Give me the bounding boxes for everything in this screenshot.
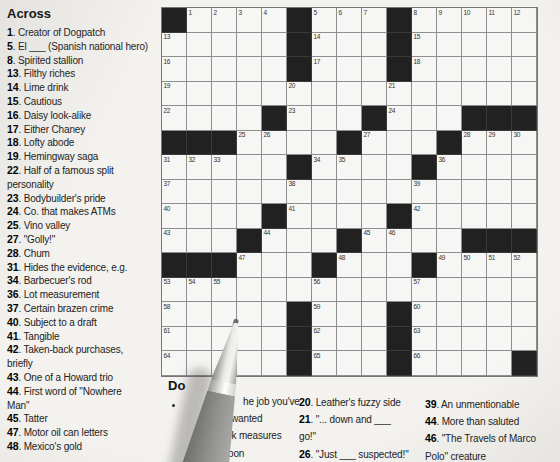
grid-cell[interactable] (512, 82, 537, 107)
grid-cell[interactable] (362, 155, 387, 180)
grid-cell[interactable] (187, 33, 212, 58)
grid-cell[interactable] (487, 302, 512, 327)
cell-number-61: 61 (164, 327, 171, 334)
across-clue-18: 18. Lofty abode (7, 136, 163, 150)
cell-number-33: 33 (214, 156, 221, 163)
across-clue-48: 48. Mexico's gold (7, 440, 163, 454)
grid-cell[interactable]: 10 (462, 8, 487, 33)
grid-cell[interactable] (362, 57, 387, 82)
across-clue-24: 24. Co. that makes ATMs (7, 205, 163, 219)
grid-cell[interactable]: 47 (237, 253, 262, 278)
cell-number-52: 52 (514, 254, 521, 261)
grid-cell[interactable] (262, 278, 287, 303)
grid-cell[interactable] (437, 180, 462, 205)
grid-cell[interactable] (237, 302, 262, 327)
grid-cell[interactable] (312, 82, 337, 107)
grid-cell[interactable] (387, 253, 412, 278)
grid-cell[interactable] (262, 351, 287, 376)
grid-cell[interactable] (237, 106, 262, 131)
cell-number-39: 39 (414, 180, 421, 187)
cell-number-51: 51 (489, 254, 496, 261)
grid-cell[interactable] (237, 204, 262, 229)
down-clue-20: 20. Leather's fuzzy side (299, 394, 409, 411)
grid-cell[interactable] (187, 302, 212, 327)
grid-cell[interactable]: 13 (162, 33, 187, 58)
black-cell (287, 351, 312, 376)
grid-cell[interactable] (262, 57, 287, 82)
grid-cell[interactable] (187, 106, 212, 131)
across-clue-19: 19. Hemingway saga (7, 150, 163, 164)
grid-cell[interactable]: 21 (387, 82, 412, 107)
grid-cell[interactable] (337, 204, 362, 229)
grid-cell[interactable] (362, 253, 387, 278)
across-clue-41: 41. Tangible (7, 330, 163, 344)
cell-number-48: 48 (339, 254, 346, 261)
grid-cell[interactable] (187, 57, 212, 82)
cell-number-62: 62 (314, 327, 321, 334)
grid-cell[interactable]: 6 (337, 8, 362, 33)
grid-cell[interactable] (437, 204, 462, 229)
grid-cell[interactable] (512, 278, 537, 303)
cell-number-66: 66 (414, 352, 421, 359)
grid-cell[interactable]: 31 (162, 155, 187, 180)
grid-cell[interactable]: 46 (387, 229, 412, 254)
grid-cell[interactable]: 5 (312, 8, 337, 33)
cell-number-46: 46 (389, 229, 396, 236)
black-cell (187, 131, 212, 156)
grid-cell[interactable] (362, 204, 387, 229)
grid-cell[interactable] (487, 33, 512, 58)
grid-cell[interactable] (312, 229, 337, 254)
across-clues-section: Across 1. Creator of Dogpatch5. El ___ (… (7, 6, 163, 454)
grid-cell[interactable] (487, 204, 512, 229)
across-clue-34: 34. Barbecuer's rod (7, 274, 163, 288)
grid-cell[interactable]: 16 (162, 57, 187, 82)
grid-cell[interactable] (237, 351, 262, 376)
across-clue-16: 16. Daisy look-alike (7, 109, 163, 123)
newspaper-crossword-photo: Across 1. Creator of Dogpatch5. El ___ (… (0, 0, 560, 462)
grid-cell[interactable]: 9 (437, 8, 462, 33)
grid-cell[interactable]: 23 (287, 106, 312, 131)
grid-cell[interactable] (412, 106, 437, 131)
grid-cell[interactable]: 26 (262, 131, 287, 156)
down-clue-26: 26. "Just ___ suspected!" (299, 446, 409, 462)
down-clue-46-cont: Polo" creature (425, 448, 536, 462)
grid-cell[interactable] (212, 229, 237, 254)
grid-cell[interactable] (437, 229, 462, 254)
grid-cell[interactable]: 53 (162, 278, 187, 303)
cell-number-28: 28 (464, 131, 471, 138)
black-cell (437, 131, 462, 156)
grid-cell[interactable] (462, 180, 487, 205)
across-clue-23: 23. Bodybuilder's pride (7, 192, 163, 206)
cell-number-43: 43 (164, 229, 171, 236)
cell-number-37: 37 (164, 180, 171, 187)
across-clue-8: 8. Spirited stallion (7, 54, 163, 68)
black-cell (387, 33, 412, 58)
grid-cell[interactable] (462, 204, 487, 229)
black-cell (512, 351, 537, 376)
grid-cell[interactable] (462, 351, 487, 376)
black-cell (362, 106, 387, 131)
grid-cell[interactable]: 22 (162, 106, 187, 131)
grid-cell[interactable] (237, 82, 262, 107)
grid-cell[interactable] (437, 302, 462, 327)
grid-cell[interactable] (312, 180, 337, 205)
down-clue-44: 44. More than saluted (425, 413, 536, 430)
down-clue-21: 21. "... down and ___ (299, 411, 409, 428)
grid-cell[interactable] (287, 229, 312, 254)
grid-cell[interactable] (187, 82, 212, 107)
black-cell (387, 57, 412, 82)
grid-cell[interactable] (312, 106, 337, 131)
grid-cell[interactable] (512, 180, 537, 205)
cell-number-35: 35 (339, 156, 346, 163)
grid-cell[interactable]: 44 (262, 229, 287, 254)
grid-cell[interactable]: 33 (212, 155, 237, 180)
grid-cell[interactable] (487, 351, 512, 376)
grid-cell[interactable]: 52 (512, 253, 537, 278)
grid-cell[interactable] (412, 131, 437, 156)
across-clue-31: 31. Hides the evidence, e.g. (7, 261, 163, 275)
grid-cell[interactable] (337, 351, 362, 376)
grid-cell[interactable]: 58 (162, 302, 187, 327)
cell-number-20: 20 (289, 82, 296, 89)
grid-cell[interactable] (437, 57, 462, 82)
black-cell (487, 229, 512, 254)
across-heading: Across (7, 6, 163, 21)
grid-cell[interactable] (237, 327, 262, 352)
grid-cell[interactable]: 7 (362, 8, 387, 33)
grid-cell[interactable]: 19 (162, 82, 187, 107)
grid-cell[interactable]: 38 (287, 180, 312, 205)
grid-cell[interactable] (362, 82, 387, 107)
down-clue-fragment-4: oon (228, 445, 300, 462)
grid-cell[interactable] (212, 106, 237, 131)
grid-cell[interactable] (462, 33, 487, 58)
grid-cell[interactable] (312, 204, 337, 229)
across-clue-45: 45. Tatter (7, 412, 163, 426)
grid-cell[interactable] (312, 131, 337, 156)
grid-cell[interactable]: 37 (162, 180, 187, 205)
grid-cell[interactable] (512, 327, 537, 352)
grid-cell[interactable]: 17 (312, 57, 337, 82)
grid-cell[interactable] (462, 57, 487, 82)
grid-cell[interactable] (487, 82, 512, 107)
black-cell (162, 131, 187, 156)
across-clue-13: 13. Filthy riches (7, 67, 163, 81)
cell-number-55: 55 (214, 278, 221, 285)
grid-cell[interactable] (212, 180, 237, 205)
cell-number-12: 12 (514, 9, 521, 16)
across-clue-27: 27. "Golly!" (7, 233, 163, 247)
cell-number-4: 4 (264, 9, 267, 16)
cell-number-15: 15 (414, 33, 421, 40)
grid-cell[interactable] (262, 327, 287, 352)
grid-cell[interactable] (262, 33, 287, 58)
grid-cell[interactable]: 57 (412, 278, 437, 303)
cell-number-40: 40 (164, 205, 171, 212)
grid-cell[interactable] (512, 302, 537, 327)
grid-cell[interactable] (387, 131, 412, 156)
cell-number-8: 8 (414, 9, 417, 16)
grid-cell[interactable]: 60 (412, 302, 437, 327)
grid-cell[interactable]: 28 (462, 131, 487, 156)
grid-cell[interactable]: 39 (412, 180, 437, 205)
grid-cell[interactable] (337, 82, 362, 107)
cell-number-21: 21 (389, 82, 396, 89)
grid-cell[interactable] (437, 106, 462, 131)
grid-cell[interactable] (412, 229, 437, 254)
grid-cell[interactable] (462, 82, 487, 107)
grid-cell[interactable]: 32 (187, 155, 212, 180)
grid-cell[interactable]: 24 (387, 106, 412, 131)
grid-cell[interactable] (462, 155, 487, 180)
black-cell (287, 302, 312, 327)
grid-cell[interactable] (237, 278, 262, 303)
cell-number-53: 53 (164, 278, 171, 285)
cell-number-10: 10 (464, 9, 471, 16)
grid-cell[interactable] (262, 302, 287, 327)
grid-cell[interactable]: 20 (287, 82, 312, 107)
grid-cell[interactable] (362, 327, 387, 352)
black-cell (262, 106, 287, 131)
grid-cell[interactable]: 14 (312, 33, 337, 58)
cell-number-44: 44 (264, 229, 271, 236)
black-cell (212, 253, 237, 278)
grid-cell[interactable]: 41 (287, 204, 312, 229)
grid-cell[interactable] (212, 204, 237, 229)
down-clues-column-2: 20. Leather's fuzzy side21. "... down an… (299, 394, 409, 462)
grid-cell[interactable] (287, 278, 312, 303)
grid-cell[interactable] (437, 33, 462, 58)
black-cell (312, 253, 337, 278)
grid-cell[interactable]: 66 (412, 351, 437, 376)
cell-number-64: 64 (164, 352, 171, 359)
cell-number-54: 54 (189, 278, 196, 285)
grid-cell[interactable]: 63 (412, 327, 437, 352)
cell-number-19: 19 (164, 82, 171, 89)
grid-cell[interactable]: 8 (412, 8, 437, 33)
grid-cell[interactable]: 62 (312, 327, 337, 352)
grid-cell[interactable] (487, 155, 512, 180)
cell-number-63: 63 (414, 327, 421, 334)
grid-cell[interactable] (262, 253, 287, 278)
grid-cell[interactable] (387, 180, 412, 205)
black-cell (412, 155, 437, 180)
grid-cell[interactable] (337, 57, 362, 82)
grid-cell[interactable] (187, 204, 212, 229)
grid-cell[interactable] (362, 180, 387, 205)
grid-cell[interactable] (512, 33, 537, 58)
cell-number-6: 6 (339, 9, 342, 16)
black-cell (287, 33, 312, 58)
black-cell (387, 204, 412, 229)
grid-cell[interactable] (387, 278, 412, 303)
across-clue-36: 36. Lot measurement (7, 288, 163, 302)
black-cell (287, 57, 312, 82)
grid-cell[interactable] (437, 82, 462, 107)
grid-cell[interactable] (337, 278, 362, 303)
cell-number-65: 65 (314, 352, 321, 359)
grid-cell[interactable]: 11 (487, 8, 512, 33)
across-clue-44: 44. First word of "NowhereMan" (7, 385, 163, 413)
black-cell (337, 131, 362, 156)
down-heading: Do (168, 378, 185, 393)
black-cell (287, 155, 312, 180)
cell-number-7: 7 (364, 9, 367, 16)
grid-cell[interactable] (362, 351, 387, 376)
cell-number-22: 22 (164, 107, 171, 114)
cell-number-57: 57 (414, 278, 421, 285)
black-cell (162, 8, 187, 33)
across-clue-40: 40. Subject to a draft (7, 316, 163, 330)
grid-cell[interactable] (462, 278, 487, 303)
black-cell (512, 229, 537, 254)
grid-cell[interactable]: 3 (237, 8, 262, 33)
cell-number-42: 42 (414, 205, 421, 212)
grid-cell[interactable]: 49 (437, 253, 462, 278)
cell-number-16: 16 (164, 58, 171, 65)
grid-cell[interactable]: 54 (187, 278, 212, 303)
grid-cell[interactable]: 55 (212, 278, 237, 303)
grid-cell[interactable] (462, 302, 487, 327)
grid-cell[interactable]: 29 (487, 131, 512, 156)
grid-cell[interactable] (237, 33, 262, 58)
grid-cell[interactable] (337, 180, 362, 205)
grid-cell[interactable] (362, 278, 387, 303)
grid-cell[interactable] (262, 180, 287, 205)
grid-cell[interactable]: 65 (312, 351, 337, 376)
cell-number-13: 13 (164, 33, 171, 40)
black-cell (462, 106, 487, 131)
grid-cell[interactable] (437, 351, 462, 376)
grid-cell[interactable] (337, 106, 362, 131)
grid-cell[interactable]: 36 (437, 155, 462, 180)
across-clue-17: 17. Either Chaney (7, 123, 163, 137)
obscured-clue-number-dot (172, 404, 175, 407)
black-cell (462, 229, 487, 254)
grid-cell[interactable]: 18 (412, 57, 437, 82)
grid-cell[interactable] (187, 229, 212, 254)
grid-cell[interactable] (362, 302, 387, 327)
cell-number-23: 23 (289, 107, 296, 114)
across-clue-list: 1. Creator of Dogpatch5. El ___ (Spanish… (7, 26, 163, 454)
grid-cell[interactable] (212, 57, 237, 82)
black-cell (287, 8, 312, 33)
cell-number-50: 50 (464, 254, 471, 261)
grid-cell[interactable] (337, 327, 362, 352)
grid-cell[interactable] (262, 82, 287, 107)
grid-cell[interactable] (287, 253, 312, 278)
grid-cell[interactable]: 61 (162, 327, 187, 352)
grid-cell[interactable]: 56 (312, 278, 337, 303)
grid-cell[interactable]: 27 (362, 131, 387, 156)
down-clue-46: 46. "The Travels of Marco (425, 430, 536, 447)
down-clue-fragment-3: ok measures (226, 427, 300, 444)
down-clue-fragment-2: wanted (231, 410, 300, 427)
across-clue-14: 14. Lime drink (7, 81, 163, 95)
down-clue-21-cont: go!" (299, 428, 409, 445)
grid-cell[interactable]: 30 (512, 131, 537, 156)
grid-cell[interactable]: 64 (162, 351, 187, 376)
grid-cell[interactable] (187, 180, 212, 205)
cell-number-18: 18 (414, 58, 421, 65)
grid-cell[interactable]: 15 (412, 33, 437, 58)
grid-cell[interactable] (512, 204, 537, 229)
cell-number-49: 49 (439, 254, 446, 261)
grid-cell[interactable] (487, 278, 512, 303)
black-cell (337, 229, 362, 254)
cell-number-27: 27 (364, 131, 371, 138)
grid-cell[interactable] (462, 327, 487, 352)
grid-cell[interactable] (337, 33, 362, 58)
grid-cell[interactable] (237, 180, 262, 205)
cell-number-29: 29 (489, 131, 496, 138)
cell-number-2: 2 (214, 9, 217, 16)
cell-number-32: 32 (189, 156, 196, 163)
grid-cell[interactable] (412, 82, 437, 107)
grid-cell[interactable]: 35 (337, 155, 362, 180)
grid-cell[interactable] (487, 57, 512, 82)
grid-cell[interactable]: 25 (237, 131, 262, 156)
cell-number-5: 5 (314, 9, 317, 16)
grid-cell[interactable]: 12 (512, 8, 537, 33)
grid-cell[interactable] (187, 327, 212, 352)
across-clue-28: 28. Chum (7, 247, 163, 261)
grid-cell[interactable] (212, 33, 237, 58)
grid-cell[interactable] (212, 82, 237, 107)
grid-cell[interactable]: 2 (212, 8, 237, 33)
grid-cell[interactable] (237, 155, 262, 180)
grid-cell[interactable] (387, 155, 412, 180)
grid-cell[interactable] (512, 155, 537, 180)
grid-cell[interactable] (337, 302, 362, 327)
grid-cell[interactable] (287, 131, 312, 156)
grid-cell[interactable] (237, 57, 262, 82)
grid-cell[interactable]: 59 (312, 302, 337, 327)
black-cell (387, 351, 412, 376)
down-clues-column-3: 39. An unmentionable44. More than salute… (425, 396, 536, 462)
grid-cell[interactable] (437, 327, 462, 352)
grid-cell[interactable]: 40 (162, 204, 187, 229)
grid-cell[interactable] (487, 180, 512, 205)
grid-cell[interactable] (437, 278, 462, 303)
grid-cell[interactable] (262, 155, 287, 180)
grid-cell[interactable]: 48 (337, 253, 362, 278)
grid-cell[interactable]: 43 (162, 229, 187, 254)
across-clue-43: 43. One of a Howard trio (7, 371, 163, 385)
grid-cell[interactable]: 45 (362, 229, 387, 254)
black-cell (162, 253, 187, 278)
across-clue-37: 37. Certain brazen crime (7, 302, 163, 316)
grid-cell[interactable] (362, 33, 387, 58)
across-clue-15: 15. Cautious (7, 95, 163, 109)
grid-cell[interactable]: 51 (487, 253, 512, 278)
grid-cell[interactable] (487, 327, 512, 352)
cell-number-30: 30 (514, 131, 521, 138)
grid-cell[interactable]: 50 (462, 253, 487, 278)
across-clue-22: 22. Half of a famous splitpersonality (7, 164, 163, 192)
cell-number-41: 41 (289, 205, 296, 212)
black-cell (387, 302, 412, 327)
grid-cell[interactable]: 4 (262, 8, 287, 33)
grid-cell[interactable]: 42 (412, 204, 437, 229)
cell-number-34: 34 (314, 156, 321, 163)
grid-cell[interactable]: 1 (187, 8, 212, 33)
grid-cell[interactable] (512, 57, 537, 82)
grid-cell[interactable]: 34 (312, 155, 337, 180)
